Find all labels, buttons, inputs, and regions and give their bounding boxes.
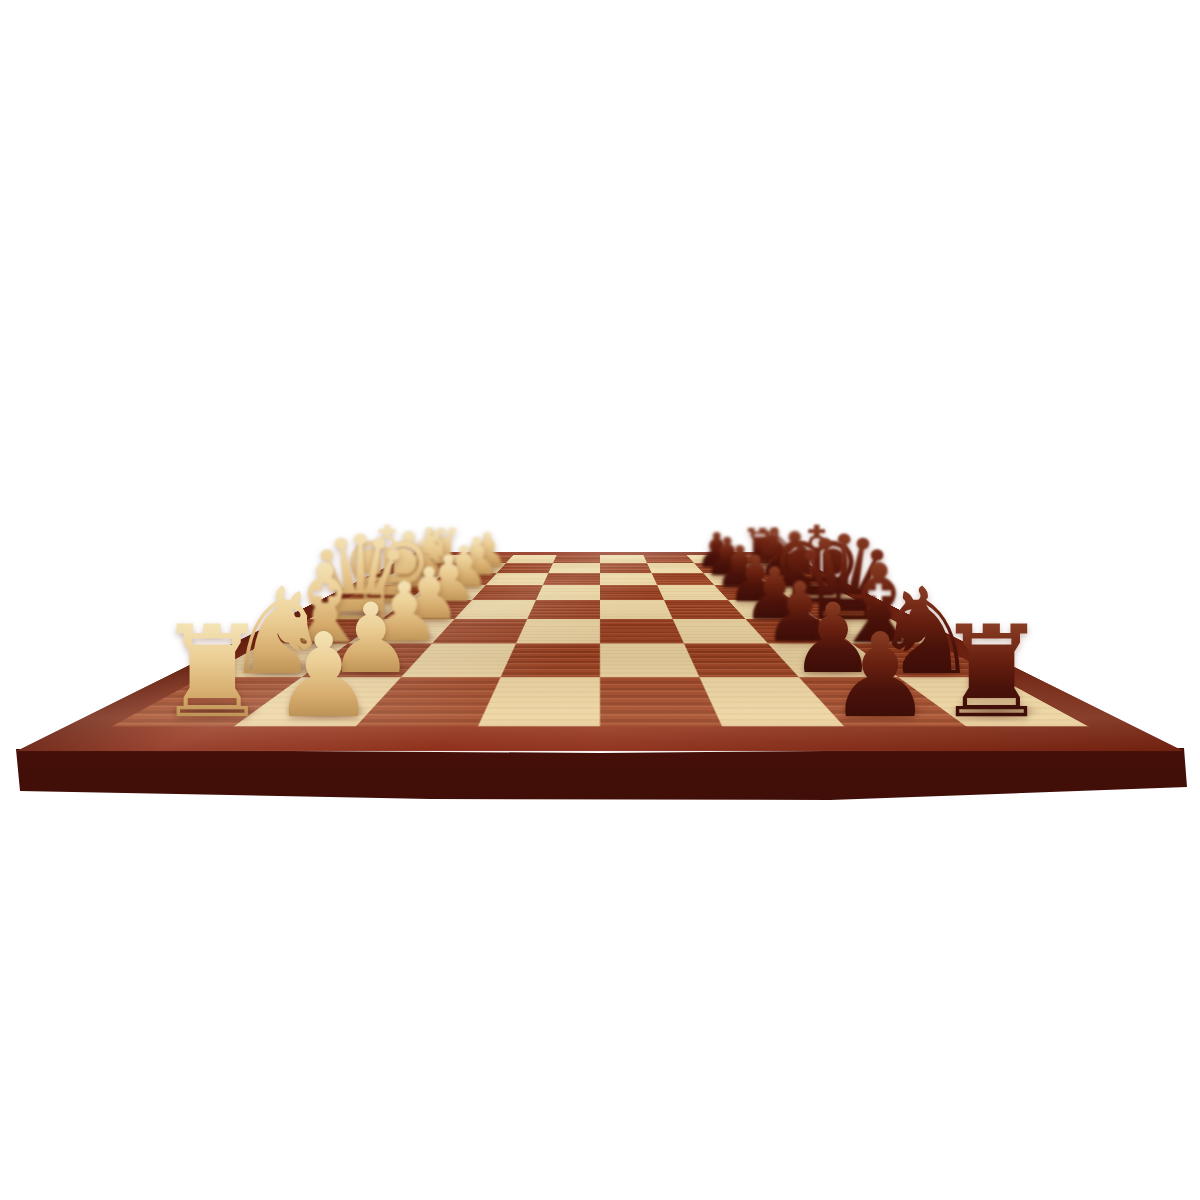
piece-black-rook-a8[interactable]: ♜ <box>935 609 1049 736</box>
piece-black-pawn-a7[interactable]: ♟ <box>828 617 932 733</box>
piece-white-pawn-a2[interactable]: ♟ <box>271 617 375 733</box>
chess-set-photo-scene: ♜♞♝♚♛♝♞♜♟♟♟♟♟♟♟♟♟♟♟♟♟♟♟♟♜♞♝♚♛♝♞♜ <box>0 0 1200 1200</box>
piece-white-rook-a1[interactable]: ♜ <box>156 609 270 736</box>
pieces-layer: ♜♞♝♚♛♝♞♜♟♟♟♟♟♟♟♟♟♟♟♟♟♟♟♟♜♞♝♚♛♝♞♜ <box>0 0 1200 1200</box>
